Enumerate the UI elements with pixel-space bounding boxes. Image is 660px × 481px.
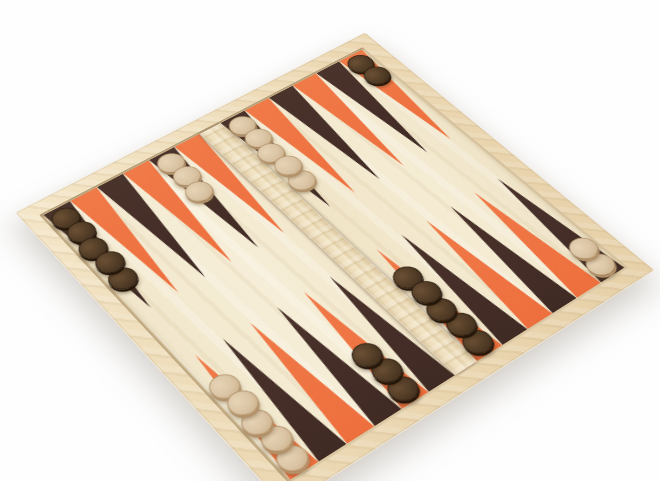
board-frame	[15, 32, 655, 481]
photo-backdrop	[0, 0, 660, 481]
board-surface	[43, 50, 624, 480]
board-inner-lip	[39, 47, 629, 481]
backgammon-board	[15, 32, 655, 481]
